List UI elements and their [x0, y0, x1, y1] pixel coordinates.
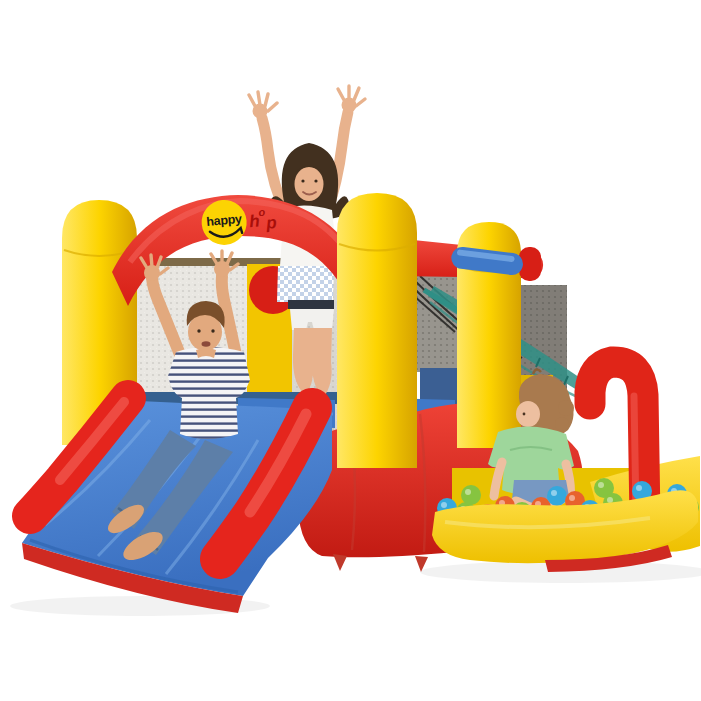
play-ball: [547, 486, 567, 506]
anchor-strap: [333, 554, 347, 571]
girl-face: [295, 167, 324, 201]
ball-highlight: [465, 489, 471, 495]
ball-highlight: [598, 482, 604, 488]
ball-highlight: [607, 497, 613, 503]
pillar-front-right: [337, 193, 417, 468]
toddler-face: [516, 401, 540, 427]
ball-highlight: [569, 495, 575, 501]
girl-waistband: [288, 300, 334, 309]
play-ball: [461, 485, 481, 505]
ball-highlight: [551, 490, 557, 496]
girl-top-hem: [277, 266, 334, 302]
ball-highlight: [441, 502, 447, 508]
ball-highlight: [636, 485, 642, 491]
product-photo-canvas: happy h o p: [0, 0, 701, 701]
logo-text-hop-p: p: [265, 213, 278, 233]
logo-text-hop-o: o: [258, 206, 266, 219]
bouncy-castle-photo: happy h o p: [0, 0, 701, 701]
